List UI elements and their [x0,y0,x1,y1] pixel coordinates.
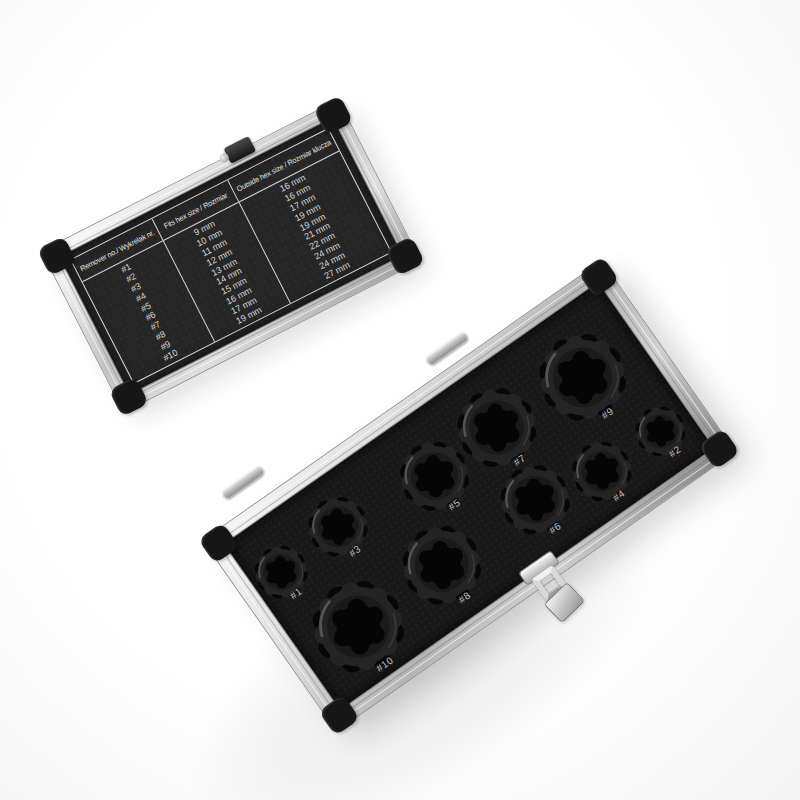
clasp-pin [218,152,230,164]
product-photo-canvas: Remover no./ Wykrelak nr. Fits hex size … [0,0,800,800]
case-lid: Remover no./ Wykrelak nr. Fits hex size … [42,100,420,411]
size-chart: Remover no./ Wykrelak nr. Fits hex size … [70,128,392,384]
hinge-barrel [220,464,266,501]
